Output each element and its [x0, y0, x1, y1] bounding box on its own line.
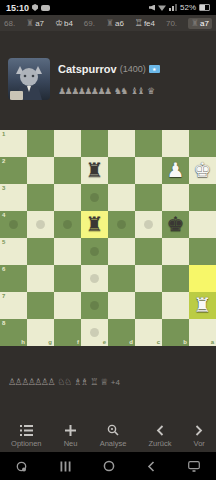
rank-label: 3 [2, 185, 5, 191]
toolbar-button-label: Vor [194, 439, 205, 448]
square-b5[interactable] [162, 238, 189, 265]
recents-icon[interactable] [60, 461, 71, 472]
player-name: Catspurrov [58, 63, 117, 75]
move-a7[interactable]: ♜a7 [26, 19, 44, 28]
square-e2[interactable]: ♜ [81, 157, 108, 184]
square-h6[interactable]: 6 [0, 265, 27, 292]
file-label: c [157, 339, 160, 345]
square-f5[interactable] [54, 238, 81, 265]
wifi-icon [158, 4, 166, 11]
square-d2[interactable] [108, 157, 135, 184]
square-g3[interactable] [27, 184, 54, 211]
toolbar-button-label: Zurück [149, 439, 172, 448]
move-san: a7 [35, 19, 44, 28]
black-king: ♚ [162, 211, 189, 238]
square-g1[interactable] [27, 130, 54, 157]
square-b1[interactable] [162, 130, 189, 157]
square-c2[interactable] [135, 157, 162, 184]
square-a2[interactable]: ♚ [189, 157, 216, 184]
square-e4[interactable]: ♜ [81, 211, 108, 238]
neu-button[interactable]: Neu [64, 424, 78, 448]
square-e6[interactable] [81, 265, 108, 292]
rank-label: 1 [2, 131, 5, 137]
white-pawn: ♟ [162, 157, 189, 184]
square-h8[interactable]: 8h [0, 319, 27, 346]
square-a1[interactable] [189, 130, 216, 157]
white-rook: ♜ [189, 292, 216, 319]
player-rating: (1400) [120, 64, 146, 74]
move-a6[interactable]: ♜a6 [106, 19, 124, 28]
square-g7[interactable] [27, 292, 54, 319]
square-f3[interactable] [54, 184, 81, 211]
file-label: g [48, 339, 52, 345]
status-bar: 15:10 52% [0, 0, 216, 15]
android-nav-bar [0, 452, 216, 480]
back-icon[interactable] [147, 461, 155, 472]
optionen-button[interactable]: Optionen [11, 424, 41, 448]
square-b3[interactable] [162, 184, 189, 211]
move-san: a7 [200, 19, 209, 28]
square-c4[interactable] [135, 211, 162, 238]
square-h2[interactable]: 2 [0, 157, 27, 184]
chevron-right-icon [195, 424, 203, 437]
file-label: f [77, 339, 79, 345]
square-h1[interactable]: 1 [0, 130, 27, 157]
toolbar-button-label: Analyse [100, 439, 127, 448]
square-c1[interactable] [135, 130, 162, 157]
toolbar-button-label: Optionen [11, 439, 41, 448]
square-d3[interactable] [108, 184, 135, 211]
square-a7[interactable]: ♜ [189, 292, 216, 319]
analyse-magnifier-icon [107, 424, 119, 437]
square-e3[interactable] [81, 184, 108, 211]
square-b7[interactable] [162, 292, 189, 319]
move-fe4[interactable]: ♖fe4 [135, 19, 155, 28]
square-f4[interactable] [54, 211, 81, 238]
move-piece-icon: ♖ [135, 19, 143, 28]
square-e1[interactable] [81, 130, 108, 157]
file-label: e [103, 339, 106, 345]
square-a3[interactable] [189, 184, 216, 211]
square-h3[interactable]: 3 [0, 184, 27, 211]
plus-icon [65, 424, 76, 437]
square-d8[interactable]: d [108, 319, 135, 346]
move-number: 69. [84, 19, 95, 28]
square-d5[interactable] [108, 238, 135, 265]
square-f6[interactable] [54, 265, 81, 292]
square-c7[interactable] [135, 292, 162, 319]
keyboard-icon[interactable] [188, 461, 200, 472]
rank-label: 2 [2, 158, 5, 164]
battery-percent: 52% [180, 3, 196, 12]
square-f7[interactable] [54, 292, 81, 319]
app-screen: 15:10 52% 68.♜a7♔b469.♜a6♖fe470.♜a7 Cats… [0, 0, 216, 480]
move-a7[interactable]: ♜a7 [188, 18, 212, 29]
square-c5[interactable] [135, 238, 162, 265]
square-e7[interactable] [81, 292, 108, 319]
file-label: b [183, 339, 187, 345]
square-c6[interactable] [135, 265, 162, 292]
move-piece-icon: ♔ [55, 19, 63, 28]
square-f2[interactable] [54, 157, 81, 184]
move-strip[interactable]: 68.♜a7♔b469.♜a6♖fe470.♜a7 [0, 15, 216, 31]
square-b2[interactable]: ♟ [162, 157, 189, 184]
rank-label: 4 [2, 212, 5, 218]
square-g5[interactable] [27, 238, 54, 265]
player-info[interactable]: Catspurrov (1400) ★ [58, 63, 160, 75]
material-advantage: +4 [111, 378, 120, 387]
square-h4[interactable]: 4 [0, 211, 27, 238]
square-f1[interactable] [54, 130, 81, 157]
analyse-button[interactable]: Analyse [100, 424, 127, 448]
move-number: 70. [166, 19, 177, 28]
square-a6[interactable] [189, 265, 216, 292]
black-rook: ♜ [81, 211, 108, 238]
move-b4[interactable]: ♔b4 [55, 19, 73, 28]
captured-pieces-top: ♟♟♟♟♟♟♟♟ ♞♞ ♝♝ ♛ [58, 86, 153, 96]
square-d1[interactable] [108, 130, 135, 157]
square-b8[interactable]: b [162, 319, 189, 346]
move-san: fe4 [144, 19, 155, 28]
edge-panel-icon[interactable] [16, 461, 27, 472]
file-label: a [211, 339, 214, 345]
square-h7[interactable]: 7 [0, 292, 27, 319]
black-rook: ♜ [81, 157, 108, 184]
captured-pieces-bottom: ♙♙♙♙♙♙♙ ♘♘ ♗♗ ♖ ♕ +4 [8, 377, 120, 387]
game-toolbar: OptionenNeuAnalyseZurückVor [0, 419, 216, 452]
cat-avatar-image [8, 58, 50, 100]
captured-glyphs: ♙♙♙♙♙♙♙ ♘♘ ♗♗ ♖ ♕ [8, 377, 107, 387]
home-icon[interactable] [103, 460, 115, 472]
square-g6[interactable] [27, 265, 54, 292]
square-d7[interactable] [108, 292, 135, 319]
toolbar-button-label: Neu [64, 439, 78, 448]
mute-icon [149, 5, 155, 11]
move-piece-icon: ♜ [191, 19, 199, 28]
square-b4[interactable]: ♚ [162, 211, 189, 238]
battery-icon [199, 4, 210, 11]
square-c3[interactable] [135, 184, 162, 211]
move-piece-icon: ♜ [106, 19, 114, 28]
square-g4[interactable] [27, 211, 54, 238]
square-e5[interactable] [81, 238, 108, 265]
square-d4[interactable] [108, 211, 135, 238]
square-d6[interactable] [108, 265, 135, 292]
move-piece-icon: ♜ [26, 19, 34, 28]
square-b6[interactable] [162, 265, 189, 292]
clock: 15:10 [6, 3, 29, 13]
rank-label: 7 [2, 293, 5, 299]
avatar[interactable] [8, 58, 50, 100]
zurück-button[interactable]: Zurück [149, 424, 172, 448]
shield-icon [32, 4, 38, 11]
chevron-left-icon [156, 424, 164, 437]
rank-label: 6 [2, 266, 5, 272]
square-c8[interactable]: c [135, 319, 162, 346]
square-a8[interactable]: a [189, 319, 216, 346]
square-g8[interactable]: g [27, 319, 54, 346]
vor-button[interactable]: Vor [194, 424, 205, 448]
options-list-icon [20, 424, 33, 437]
move-san: a6 [115, 19, 124, 28]
square-f8[interactable]: f [54, 319, 81, 346]
move-san: b4 [64, 19, 73, 28]
move-number: 68. [4, 19, 15, 28]
square-g2[interactable] [27, 157, 54, 184]
square-a4[interactable] [189, 211, 216, 238]
square-a5[interactable] [189, 238, 216, 265]
white-king: ♚ [189, 157, 216, 184]
chess-board: 12♜♟♚34♜♚567♜8hgfedcba [0, 130, 216, 346]
file-label: h [21, 339, 25, 345]
country-flag-icon: ★ [149, 65, 160, 73]
square-h5[interactable]: 5 [0, 238, 27, 265]
file-label: d [129, 339, 133, 345]
rank-label: 8 [2, 320, 5, 326]
video-icon [41, 5, 50, 11]
square-e8[interactable]: e [81, 319, 108, 346]
rank-label: 5 [2, 239, 5, 245]
signal-icon [169, 4, 177, 11]
